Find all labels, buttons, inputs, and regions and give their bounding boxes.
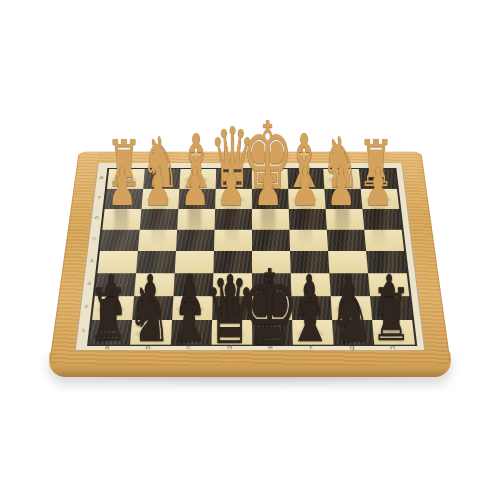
square-f8[interactable] [288, 169, 325, 189]
file-label-a: a [86, 344, 128, 351]
square-f6[interactable] [289, 209, 327, 230]
file-label-h: h [372, 344, 414, 351]
square-d6[interactable] [215, 209, 252, 230]
square-c4[interactable] [175, 251, 214, 273]
square-e7[interactable] [252, 189, 289, 209]
file-label-e: e [250, 344, 291, 351]
square-b2[interactable] [132, 296, 173, 320]
square-b6[interactable] [140, 209, 179, 230]
file-label-d: d [209, 344, 250, 351]
file-label-c: c [168, 344, 209, 351]
square-d8[interactable] [216, 169, 252, 189]
square-g6[interactable] [326, 209, 365, 230]
square-g7[interactable] [324, 189, 362, 209]
square-b3[interactable] [134, 273, 175, 296]
square-f2[interactable] [291, 296, 332, 320]
square-d1[interactable] [211, 320, 252, 345]
square-e3[interactable] [252, 273, 291, 296]
square-a7[interactable] [105, 189, 144, 209]
square-a1[interactable] [89, 320, 132, 345]
file-label-b: b [127, 344, 168, 351]
square-g3[interactable] [329, 273, 370, 296]
square-b8[interactable] [143, 169, 180, 189]
square-a8[interactable] [107, 169, 145, 189]
square-h4[interactable] [366, 251, 407, 273]
board-mat: abcdefgh87654321 [75, 163, 426, 351]
checkerboard [87, 168, 417, 346]
square-a6[interactable] [102, 209, 141, 230]
square-f5[interactable] [289, 230, 328, 251]
square-e5[interactable] [252, 230, 290, 251]
square-h3[interactable] [368, 273, 409, 296]
chess-board-frame: abcdefgh87654321 [49, 152, 451, 366]
square-a2[interactable] [92, 296, 134, 320]
square-h6[interactable] [362, 209, 401, 230]
square-d4[interactable] [213, 251, 252, 273]
square-g2[interactable] [331, 296, 372, 320]
square-a4[interactable] [97, 251, 138, 273]
square-e6[interactable] [252, 209, 289, 230]
square-b4[interactable] [136, 251, 176, 273]
square-h2[interactable] [370, 296, 412, 320]
square-c6[interactable] [177, 209, 215, 230]
square-f3[interactable] [291, 273, 331, 296]
square-a5[interactable] [100, 230, 140, 251]
square-c5[interactable] [176, 230, 215, 251]
square-f1[interactable] [292, 320, 333, 345]
square-h5[interactable] [364, 230, 404, 251]
file-label-f: f [291, 344, 332, 351]
chess-set-photo: abcdefgh87654321 ♜♞♝♛♚♝♞♜♟♟♟♟♟♟♟♟♟♟♟♟♟♟♟… [0, 0, 500, 500]
square-b7[interactable] [141, 189, 179, 209]
square-g4[interactable] [328, 251, 368, 273]
square-b1[interactable] [130, 320, 172, 345]
file-label-g: g [331, 344, 372, 351]
square-h8[interactable] [359, 169, 397, 189]
square-h1[interactable] [372, 320, 415, 345]
square-d5[interactable] [214, 230, 252, 251]
square-g5[interactable] [327, 230, 366, 251]
square-d3[interactable] [213, 273, 252, 296]
square-e8[interactable] [252, 169, 288, 189]
square-c8[interactable] [179, 169, 216, 189]
square-h7[interactable] [361, 189, 400, 209]
square-e4[interactable] [252, 251, 291, 273]
square-g8[interactable] [323, 169, 360, 189]
square-f4[interactable] [290, 251, 329, 273]
square-g1[interactable] [332, 320, 374, 345]
square-c1[interactable] [171, 320, 212, 345]
square-c3[interactable] [173, 273, 213, 296]
square-d2[interactable] [212, 296, 252, 320]
square-e1[interactable] [252, 320, 293, 345]
square-a3[interactable] [95, 273, 136, 296]
square-c2[interactable] [172, 296, 213, 320]
square-b5[interactable] [138, 230, 177, 251]
square-f7[interactable] [288, 189, 325, 209]
square-d7[interactable] [215, 189, 252, 209]
square-e2[interactable] [252, 296, 292, 320]
perspective-wrapper: abcdefgh87654321 [0, 0, 500, 500]
square-c7[interactable] [178, 189, 215, 209]
